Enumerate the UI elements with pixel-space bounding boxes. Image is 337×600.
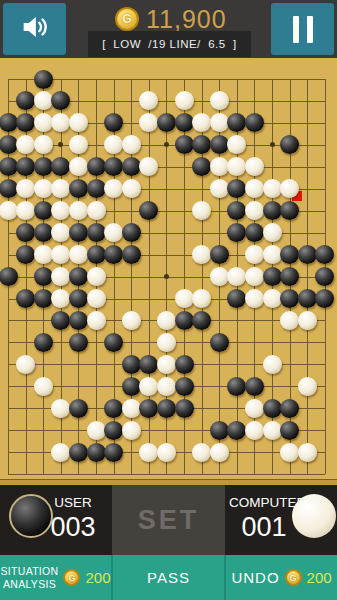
black-stone <box>175 399 194 418</box>
white-stone <box>69 201 88 220</box>
white-stone <box>87 421 106 440</box>
black-stone <box>16 245 35 264</box>
white-stone <box>192 201 211 220</box>
black-stone <box>87 179 106 198</box>
white-stone <box>51 201 70 220</box>
black-stone <box>315 245 334 264</box>
black-stone <box>0 179 18 198</box>
undo-cost: 200 <box>307 569 332 586</box>
white-stone <box>263 355 282 374</box>
black-stone <box>175 113 194 132</box>
undo-button[interactable]: UNDO G 200 <box>224 555 337 600</box>
white-stone <box>139 377 158 396</box>
white-stone <box>122 421 141 440</box>
white-stone <box>16 355 35 374</box>
black-stone <box>69 333 88 352</box>
black-stone <box>0 157 18 176</box>
black-stone <box>175 311 194 330</box>
white-stone <box>263 421 282 440</box>
white-stone <box>210 157 229 176</box>
black-stone <box>104 113 123 132</box>
white-stone <box>263 223 282 242</box>
black-stone <box>227 289 246 308</box>
white-stone <box>34 113 53 132</box>
white-stone <box>34 179 53 198</box>
black-stone <box>263 201 282 220</box>
black-stone <box>87 443 106 462</box>
white-stone <box>245 201 264 220</box>
top-bar: G 11,900 [ LOW /19 LINE/ 6.5 ] <box>0 0 337 58</box>
black-stone <box>280 421 299 440</box>
black-stone <box>315 267 334 286</box>
black-stone <box>192 135 211 154</box>
white-stone <box>210 113 229 132</box>
white-stone <box>51 443 70 462</box>
black-stone <box>280 399 299 418</box>
coin-icon: G <box>63 569 80 586</box>
computer-label: COMPUTER <box>229 495 299 510</box>
speaker-icon <box>18 10 52 48</box>
situation-analysis-button[interactable]: SITUATION ANALYSIS G 200 <box>0 555 111 600</box>
black-stone <box>157 113 176 132</box>
white-stone <box>210 91 229 110</box>
white-stone <box>245 267 264 286</box>
undo-label: UNDO <box>231 569 279 586</box>
white-stone <box>51 289 70 308</box>
black-stone <box>104 421 123 440</box>
white-stone <box>51 245 70 264</box>
grid-line <box>307 79 308 474</box>
white-stone <box>192 443 211 462</box>
black-stone <box>69 311 88 330</box>
bottom-action-bar: SITUATION ANALYSIS G 200 PASS UNDO G 200 <box>0 555 337 600</box>
black-stone <box>104 245 123 264</box>
black-stone <box>139 201 158 220</box>
pause-button[interactable] <box>271 3 334 55</box>
scoreboard: SET USER 003 COMPUTER 001 <box>0 485 337 555</box>
white-stone <box>139 91 158 110</box>
black-stone <box>227 421 246 440</box>
white-stone <box>34 135 53 154</box>
white-stone <box>104 179 123 198</box>
black-stone <box>227 201 246 220</box>
star-point <box>270 142 275 147</box>
white-stone <box>104 223 123 242</box>
white-stone <box>51 399 70 418</box>
black-stone <box>69 267 88 286</box>
white-stone <box>87 289 106 308</box>
white-stone <box>122 179 141 198</box>
computer-capture-count: 001 <box>229 512 299 543</box>
white-stone <box>192 113 211 132</box>
white-stone <box>51 267 70 286</box>
black-stone <box>280 201 299 220</box>
black-stone <box>69 289 88 308</box>
black-stone <box>315 289 334 308</box>
white-stone <box>139 157 158 176</box>
pause-icon <box>307 16 313 43</box>
black-stone <box>104 157 123 176</box>
star-point <box>164 274 169 279</box>
black-stone <box>227 113 246 132</box>
black-stone <box>245 223 264 242</box>
go-board[interactable] <box>0 58 337 485</box>
white-stone <box>157 333 176 352</box>
black-stone <box>104 399 123 418</box>
white-stone <box>227 267 246 286</box>
black-stone <box>210 421 229 440</box>
white-stone <box>69 245 88 264</box>
black-stone <box>104 443 123 462</box>
black-stone <box>0 135 18 154</box>
black-stone <box>227 377 246 396</box>
white-stone <box>16 135 35 154</box>
white-stone <box>210 443 229 462</box>
black-stone <box>34 223 53 242</box>
white-stone <box>16 201 35 220</box>
black-stone <box>16 91 35 110</box>
coin-icon: G <box>115 7 139 31</box>
white-stone <box>157 355 176 374</box>
black-stone <box>51 157 70 176</box>
white-stone <box>122 399 141 418</box>
white-stone <box>51 179 70 198</box>
black-stone <box>175 377 194 396</box>
black-stone <box>34 267 53 286</box>
white-stone <box>245 179 264 198</box>
black-stone <box>175 135 194 154</box>
white-stone <box>227 135 246 154</box>
white-stone <box>51 113 70 132</box>
white-stone <box>87 267 106 286</box>
black-stone <box>16 157 35 176</box>
black-stone <box>210 245 229 264</box>
white-stone <box>210 179 229 198</box>
white-stone <box>192 245 211 264</box>
game-info-strip: [ LOW /19 LINE/ 6.5 ] <box>88 31 251 57</box>
black-stone <box>34 201 53 220</box>
pass-button[interactable]: PASS <box>111 555 224 600</box>
white-stone <box>34 377 53 396</box>
white-stone <box>210 267 229 286</box>
white-stone <box>69 113 88 132</box>
user-label: USER <box>38 495 108 510</box>
situation-analysis-label: SITUATION ANALYSIS <box>1 565 59 589</box>
white-stone <box>263 289 282 308</box>
black-stone <box>245 113 264 132</box>
black-stone <box>263 267 282 286</box>
white-stone <box>0 201 18 220</box>
black-stone <box>139 355 158 374</box>
white-stone <box>157 443 176 462</box>
star-point <box>58 142 63 147</box>
black-stone <box>210 333 229 352</box>
white-stone <box>87 311 106 330</box>
coin-icon: G <box>285 569 302 586</box>
white-stone <box>245 421 264 440</box>
black-stone <box>69 179 88 198</box>
white-stone <box>298 443 317 462</box>
black-stone <box>87 245 106 264</box>
white-stone <box>245 399 264 418</box>
black-stone <box>122 245 141 264</box>
black-stone <box>298 245 317 264</box>
white-stone <box>104 135 123 154</box>
go-app-screen: G 11,900 [ LOW /19 LINE/ 6.5 ] SET USER … <box>0 0 337 600</box>
black-stone <box>280 135 299 154</box>
star-point <box>164 142 169 147</box>
white-stone <box>175 289 194 308</box>
coin-letter: G <box>122 12 131 26</box>
white-stone <box>69 135 88 154</box>
white-stone <box>157 377 176 396</box>
black-stone <box>245 377 264 396</box>
black-stone <box>122 223 141 242</box>
white-stone <box>245 157 264 176</box>
white-stone <box>157 311 176 330</box>
black-stone <box>122 377 141 396</box>
black-stone <box>210 135 229 154</box>
set-button-label: SET <box>138 505 200 536</box>
set-button[interactable]: SET <box>112 485 225 555</box>
black-stone <box>34 289 53 308</box>
white-stone <box>245 245 264 264</box>
black-stone <box>51 311 70 330</box>
white-stone <box>139 113 158 132</box>
black-stone <box>175 355 194 374</box>
black-stone <box>16 113 35 132</box>
computer-white-stone-icon <box>292 494 336 538</box>
white-stone <box>122 311 141 330</box>
white-stone <box>245 289 264 308</box>
black-stone <box>87 157 106 176</box>
white-stone <box>51 223 70 242</box>
white-stone <box>298 311 317 330</box>
black-stone <box>104 333 123 352</box>
black-stone <box>0 113 18 132</box>
black-stone <box>69 399 88 418</box>
white-stone <box>139 443 158 462</box>
black-stone <box>280 245 299 264</box>
white-stone <box>69 157 88 176</box>
white-stone <box>280 443 299 462</box>
black-stone <box>298 289 317 308</box>
white-stone <box>34 91 53 110</box>
pass-label: PASS <box>147 569 190 586</box>
black-stone <box>157 399 176 418</box>
white-stone <box>87 201 106 220</box>
white-stone <box>175 91 194 110</box>
black-stone <box>51 91 70 110</box>
black-stone <box>227 223 246 242</box>
black-stone <box>16 223 35 242</box>
white-stone <box>263 179 282 198</box>
black-stone <box>280 267 299 286</box>
white-stone <box>192 289 211 308</box>
pause-icon <box>293 16 299 43</box>
black-stone <box>280 289 299 308</box>
sound-button[interactable] <box>3 3 66 55</box>
white-stone <box>34 245 53 264</box>
white-stone <box>122 135 141 154</box>
user-capture-count: 003 <box>38 512 108 543</box>
black-stone <box>69 443 88 462</box>
black-stone <box>139 399 158 418</box>
white-stone <box>280 311 299 330</box>
black-stone <box>87 223 106 242</box>
black-stone <box>122 355 141 374</box>
black-stone <box>69 223 88 242</box>
white-stone <box>263 245 282 264</box>
black-stone <box>34 157 53 176</box>
black-stone <box>263 399 282 418</box>
white-stone <box>298 377 317 396</box>
black-stone <box>16 289 35 308</box>
black-stone <box>34 70 53 89</box>
black-stone <box>0 267 18 286</box>
black-stone <box>122 157 141 176</box>
situation-analysis-cost: 200 <box>85 569 110 586</box>
white-stone <box>227 157 246 176</box>
grid-line <box>8 474 325 475</box>
coin-balance: 11,900 <box>146 5 227 34</box>
black-stone <box>227 179 246 198</box>
black-stone <box>192 311 211 330</box>
black-stone <box>192 157 211 176</box>
white-stone <box>16 179 35 198</box>
black-stone <box>34 333 53 352</box>
